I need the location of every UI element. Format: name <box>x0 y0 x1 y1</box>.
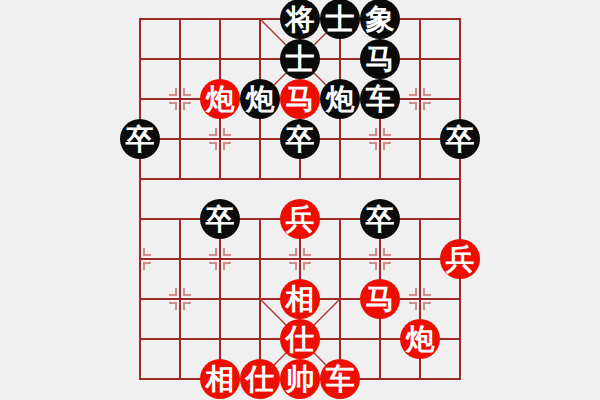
point-marker <box>184 288 191 295</box>
piece-red-horse[interactable]: 马 <box>360 279 400 319</box>
piece-red-chariot[interactable]: 车 <box>320 359 360 399</box>
piece-black-pawn[interactable]: 卒 <box>200 199 240 239</box>
point-marker <box>384 128 391 135</box>
point-marker <box>369 248 376 255</box>
piece-red-pawn[interactable]: 兵 <box>280 199 320 239</box>
point-marker <box>184 103 191 110</box>
piece-red-elephant[interactable]: 相 <box>200 359 240 399</box>
point-marker <box>144 263 151 270</box>
point-marker <box>409 103 416 110</box>
point-marker <box>224 248 231 255</box>
piece-black-general[interactable]: 将 <box>280 0 320 39</box>
point-marker <box>169 303 176 310</box>
piece-red-elephant[interactable]: 相 <box>280 279 320 319</box>
point-marker <box>169 288 176 295</box>
piece-red-horse[interactable]: 马 <box>280 79 320 119</box>
point-marker <box>289 263 296 270</box>
piece-black-pawn[interactable]: 卒 <box>120 119 160 159</box>
point-marker <box>384 263 391 270</box>
point-marker <box>409 303 416 310</box>
piece-red-general[interactable]: 帅 <box>280 359 320 399</box>
piece-black-advisor[interactable]: 士 <box>320 0 360 39</box>
piece-black-pawn[interactable]: 卒 <box>360 199 400 239</box>
point-marker <box>144 248 151 255</box>
point-marker <box>369 263 376 270</box>
piece-red-pawn[interactable]: 兵 <box>440 239 480 279</box>
piece-black-chariot[interactable]: 车 <box>360 79 400 119</box>
point-marker <box>169 88 176 95</box>
point-marker <box>209 248 216 255</box>
point-marker <box>224 128 231 135</box>
point-marker <box>224 263 231 270</box>
point-marker <box>209 143 216 150</box>
piece-red-cannon[interactable]: 炮 <box>400 319 440 359</box>
point-marker <box>384 143 391 150</box>
point-marker <box>424 103 431 110</box>
piece-red-advisor[interactable]: 仕 <box>240 359 280 399</box>
point-marker <box>409 288 416 295</box>
piece-black-advisor[interactable]: 士 <box>280 39 320 79</box>
piece-black-horse[interactable]: 马 <box>360 39 400 79</box>
piece-red-advisor[interactable]: 仕 <box>280 319 320 359</box>
piece-black-pawn[interactable]: 卒 <box>280 119 320 159</box>
point-marker <box>169 103 176 110</box>
point-marker <box>289 248 296 255</box>
piece-black-elephant[interactable]: 象 <box>360 0 400 39</box>
xiangqi-board: 将士象士马炮炮马炮车卒卒卒卒兵卒兵相马仕炮相仕帅车 <box>0 0 600 400</box>
point-marker <box>369 143 376 150</box>
point-marker <box>184 88 191 95</box>
point-marker <box>384 248 391 255</box>
point-marker <box>224 143 231 150</box>
point-marker <box>369 128 376 135</box>
point-marker <box>304 263 311 270</box>
point-marker <box>424 303 431 310</box>
point-marker <box>209 263 216 270</box>
piece-black-cannon[interactable]: 炮 <box>240 79 280 119</box>
point-marker <box>184 303 191 310</box>
point-marker <box>409 88 416 95</box>
piece-red-cannon[interactable]: 炮 <box>200 79 240 119</box>
piece-black-pawn[interactable]: 卒 <box>440 119 480 159</box>
piece-black-cannon[interactable]: 炮 <box>320 79 360 119</box>
point-marker <box>424 288 431 295</box>
point-marker <box>209 128 216 135</box>
point-marker <box>424 88 431 95</box>
point-marker <box>304 248 311 255</box>
